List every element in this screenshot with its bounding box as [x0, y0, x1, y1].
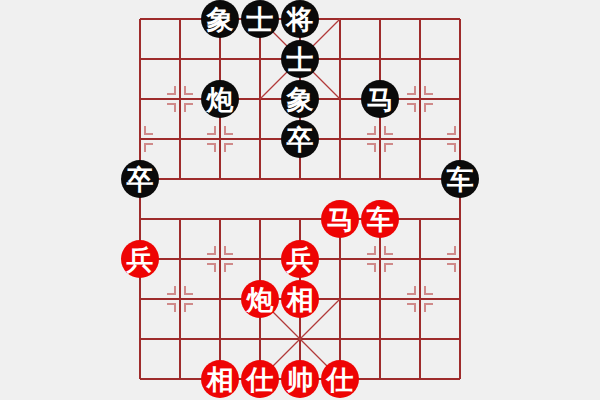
board-point-4-8[interactable] — [280, 319, 320, 359]
piece-red-advisor[interactable]: 仕 — [241, 360, 279, 398]
board-point-6-9[interactable] — [360, 359, 400, 399]
board-point-1-1[interactable] — [160, 39, 200, 79]
board-point-8-7[interactable] — [440, 279, 480, 319]
board-point-0-8[interactable] — [120, 319, 160, 359]
board-point-1-3[interactable] — [160, 119, 200, 159]
board-point-3-2[interactable] — [240, 79, 280, 119]
board-point-8-2[interactable] — [440, 79, 480, 119]
board-point-8-5[interactable] — [440, 199, 480, 239]
board-point-7-0[interactable] — [400, 0, 440, 39]
board-point-5-2[interactable] — [320, 79, 360, 119]
board-point-5-4[interactable] — [320, 159, 360, 199]
piece-black-cannon[interactable]: 炮 — [201, 80, 239, 118]
board-point-3-5[interactable] — [240, 199, 280, 239]
board-point-6-0[interactable] — [360, 0, 400, 39]
board-point-0-5[interactable] — [120, 199, 160, 239]
board-point-6-1[interactable] — [360, 39, 400, 79]
board-point-3-1[interactable] — [240, 39, 280, 79]
board-point-0-9[interactable] — [120, 359, 160, 399]
board-point-7-3[interactable] — [400, 119, 440, 159]
board-point-1-2[interactable] — [160, 79, 200, 119]
board-point-1-6[interactable] — [160, 239, 200, 279]
board-point-4-4[interactable] — [280, 159, 320, 199]
board-point-3-3[interactable] — [240, 119, 280, 159]
board-point-7-1[interactable] — [400, 39, 440, 79]
board-point-1-4[interactable] — [160, 159, 200, 199]
piece-red-soldier[interactable]: 兵 — [281, 240, 319, 278]
board-point-3-8[interactable] — [240, 319, 280, 359]
piece-red-elephant[interactable]: 相 — [201, 360, 239, 398]
board-point-2-7[interactable] — [200, 279, 240, 319]
xiangqi-screenshot: 象士将士炮象马卒卒车马车兵兵炮相相仕帅仕 — [0, 0, 600, 400]
piece-red-soldier[interactable]: 兵 — [121, 240, 159, 278]
xiangqi-board: 象士将士炮象马卒卒车马车兵兵炮相相仕帅仕 — [120, 0, 480, 399]
board-point-6-8[interactable] — [360, 319, 400, 359]
board-point-0-3[interactable] — [120, 119, 160, 159]
piece-black-chariot[interactable]: 车 — [441, 160, 479, 198]
piece-black-advisor[interactable]: 士 — [241, 0, 279, 38]
piece-red-advisor[interactable]: 仕 — [321, 360, 359, 398]
board-point-7-7[interactable] — [400, 279, 440, 319]
board-point-8-3[interactable] — [440, 119, 480, 159]
piece-red-elephant[interactable]: 相 — [281, 280, 319, 318]
board-point-6-3[interactable] — [360, 119, 400, 159]
piece-black-horse[interactable]: 马 — [361, 80, 399, 118]
board-point-5-3[interactable] — [320, 119, 360, 159]
board-point-5-0[interactable] — [320, 0, 360, 39]
board-point-7-9[interactable] — [400, 359, 440, 399]
board-point-8-9[interactable] — [440, 359, 480, 399]
board-point-5-8[interactable] — [320, 319, 360, 359]
board-point-5-6[interactable] — [320, 239, 360, 279]
piece-red-chariot[interactable]: 车 — [361, 200, 399, 238]
board-point-1-0[interactable] — [160, 0, 200, 39]
board-point-3-6[interactable] — [240, 239, 280, 279]
board-point-8-8[interactable] — [440, 319, 480, 359]
piece-red-horse[interactable]: 马 — [321, 200, 359, 238]
board-point-1-7[interactable] — [160, 279, 200, 319]
piece-black-elephant[interactable]: 象 — [201, 0, 239, 38]
piece-black-advisor[interactable]: 士 — [281, 40, 319, 78]
board-point-8-1[interactable] — [440, 39, 480, 79]
piece-black-elephant[interactable]: 象 — [281, 80, 319, 118]
board-point-7-8[interactable] — [400, 319, 440, 359]
board-point-3-4[interactable] — [240, 159, 280, 199]
board-point-1-8[interactable] — [160, 319, 200, 359]
board-point-7-5[interactable] — [400, 199, 440, 239]
board-point-1-5[interactable] — [160, 199, 200, 239]
board-point-2-5[interactable] — [200, 199, 240, 239]
board-point-7-2[interactable] — [400, 79, 440, 119]
board-point-2-4[interactable] — [200, 159, 240, 199]
board-point-6-7[interactable] — [360, 279, 400, 319]
board-point-7-4[interactable] — [400, 159, 440, 199]
board-point-2-6[interactable] — [200, 239, 240, 279]
board-point-8-6[interactable] — [440, 239, 480, 279]
board-point-2-3[interactable] — [200, 119, 240, 159]
board-grid: 象士将士炮象马卒卒车马车兵兵炮相相仕帅仕 — [120, 0, 480, 399]
board-point-5-1[interactable] — [320, 39, 360, 79]
board-point-0-7[interactable] — [120, 279, 160, 319]
board-point-2-8[interactable] — [200, 319, 240, 359]
board-point-6-6[interactable] — [360, 239, 400, 279]
board-point-8-0[interactable] — [440, 0, 480, 39]
piece-red-general[interactable]: 帅 — [281, 360, 319, 398]
board-point-0-0[interactable] — [120, 0, 160, 39]
board-point-4-5[interactable] — [280, 199, 320, 239]
piece-black-general[interactable]: 将 — [281, 0, 319, 38]
board-point-7-6[interactable] — [400, 239, 440, 279]
board-point-1-9[interactable] — [160, 359, 200, 399]
piece-red-cannon[interactable]: 炮 — [241, 280, 279, 318]
board-point-6-4[interactable] — [360, 159, 400, 199]
board-point-2-1[interactable] — [200, 39, 240, 79]
board-point-0-1[interactable] — [120, 39, 160, 79]
board-point-0-2[interactable] — [120, 79, 160, 119]
piece-black-soldier[interactable]: 卒 — [281, 120, 319, 158]
board-point-5-7[interactable] — [320, 279, 360, 319]
piece-black-soldier[interactable]: 卒 — [121, 160, 159, 198]
